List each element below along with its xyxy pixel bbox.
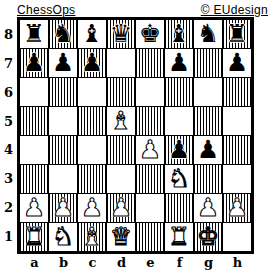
rank-label-4: 4 xyxy=(0,136,17,165)
square-b8[interactable]: ♞ xyxy=(49,20,77,48)
square-a2[interactable]: ♟ xyxy=(20,194,48,222)
square-b5[interactable] xyxy=(49,107,77,135)
rank-label-5: 5 xyxy=(0,107,17,136)
square-f3[interactable]: ♞ xyxy=(165,165,193,193)
black-pawn[interactable]: ♟ xyxy=(226,49,248,77)
file-label-f: f xyxy=(165,254,194,270)
square-h7[interactable]: ♟ xyxy=(223,49,251,77)
square-e1[interactable] xyxy=(136,223,164,251)
file-label-c: c xyxy=(78,254,107,270)
white-king[interactable]: ♚ xyxy=(197,223,219,251)
white-rook[interactable]: ♜ xyxy=(168,223,190,251)
square-h5[interactable] xyxy=(223,107,251,135)
square-a4[interactable] xyxy=(20,136,48,164)
file-label-h: h xyxy=(223,254,252,270)
rank-label-8: 8 xyxy=(0,20,17,49)
square-g6[interactable] xyxy=(194,78,222,106)
square-c3[interactable] xyxy=(78,165,106,193)
black-knight[interactable]: ♞ xyxy=(197,20,219,48)
white-knight[interactable]: ♞ xyxy=(52,223,74,251)
black-rook[interactable]: ♜ xyxy=(23,20,45,48)
white-pawn[interactable]: ♟ xyxy=(81,194,103,222)
file-label-e: e xyxy=(136,254,165,270)
black-bishop[interactable]: ♝ xyxy=(168,20,190,48)
credit-link[interactable]: © EUdesign xyxy=(201,3,268,17)
white-rook[interactable]: ♜ xyxy=(23,223,45,251)
black-pawn[interactable]: ♟ xyxy=(81,49,103,77)
black-queen[interactable]: ♛ xyxy=(110,20,132,48)
square-d2[interactable]: ♟ xyxy=(107,194,135,222)
square-f6[interactable] xyxy=(165,78,193,106)
file-label-b: b xyxy=(49,254,78,270)
square-c1[interactable]: ♝ xyxy=(78,223,106,251)
white-pawn[interactable]: ♟ xyxy=(197,194,219,222)
rank-label-7: 7 xyxy=(0,49,17,78)
square-d8[interactable]: ♛ xyxy=(107,20,135,48)
square-d4[interactable] xyxy=(107,136,135,164)
file-label-a: a xyxy=(20,254,49,270)
white-pawn[interactable]: ♟ xyxy=(139,136,161,164)
square-h1[interactable] xyxy=(223,223,251,251)
square-a1[interactable]: ♜ xyxy=(20,223,48,251)
square-e3[interactable] xyxy=(136,165,164,193)
square-g5[interactable] xyxy=(194,107,222,135)
square-a6[interactable] xyxy=(20,78,48,106)
square-f5[interactable] xyxy=(165,107,193,135)
square-e7[interactable] xyxy=(136,49,164,77)
black-pawn[interactable]: ♟ xyxy=(168,136,190,164)
white-bishop[interactable]: ♝ xyxy=(81,223,103,251)
black-pawn[interactable]: ♟ xyxy=(52,49,74,77)
white-pawn[interactable]: ♟ xyxy=(52,194,74,222)
black-pawn[interactable]: ♟ xyxy=(168,49,190,77)
square-b2[interactable]: ♟ xyxy=(49,194,77,222)
white-pawn[interactable]: ♟ xyxy=(23,194,45,222)
rank-labels: 87654321 xyxy=(0,17,17,254)
square-g1[interactable]: ♚ xyxy=(194,223,222,251)
square-h2[interactable]: ♟ xyxy=(223,194,251,222)
black-bishop[interactable]: ♝ xyxy=(81,20,103,48)
square-a5[interactable] xyxy=(20,107,48,135)
square-f2[interactable] xyxy=(165,194,193,222)
black-knight[interactable]: ♞ xyxy=(52,20,74,48)
square-b3[interactable] xyxy=(49,165,77,193)
square-c8[interactable]: ♝ xyxy=(78,20,106,48)
rank-label-2: 2 xyxy=(0,193,17,222)
square-h4[interactable] xyxy=(223,136,251,164)
square-f8[interactable]: ♝ xyxy=(165,20,193,48)
square-e6[interactable] xyxy=(136,78,164,106)
black-pawn[interactable]: ♟ xyxy=(197,136,219,164)
square-c4[interactable] xyxy=(78,136,106,164)
rank-label-6: 6 xyxy=(0,78,17,107)
square-c2[interactable]: ♟ xyxy=(78,194,106,222)
rank-label-1: 1 xyxy=(0,222,17,251)
black-pawn[interactable]: ♟ xyxy=(23,49,45,77)
file-labels: abcdefgh xyxy=(20,254,270,270)
square-h3[interactable] xyxy=(223,165,251,193)
black-rook[interactable]: ♜ xyxy=(226,20,248,48)
square-d5[interactable]: ♝ xyxy=(107,107,135,135)
square-a3[interactable] xyxy=(20,165,48,193)
square-f7[interactable]: ♟ xyxy=(165,49,193,77)
white-knight[interactable]: ♞ xyxy=(168,165,190,193)
square-e5[interactable] xyxy=(136,107,164,135)
square-a7[interactable]: ♟ xyxy=(20,49,48,77)
square-g7[interactable] xyxy=(194,49,222,77)
square-g3[interactable] xyxy=(194,165,222,193)
square-b6[interactable] xyxy=(49,78,77,106)
square-a8[interactable]: ♜ xyxy=(20,20,48,48)
square-h8[interactable]: ♜ xyxy=(223,20,251,48)
square-f1[interactable]: ♜ xyxy=(165,223,193,251)
black-king[interactable]: ♚ xyxy=(139,20,161,48)
white-pawn[interactable]: ♟ xyxy=(226,194,248,222)
square-c6[interactable] xyxy=(78,78,106,106)
chess-diagram-page: ChessOps © EUdesign 87654321 ♜♞♝♛♚♝♞♜♟♟♟… xyxy=(0,0,270,270)
square-c7[interactable]: ♟ xyxy=(78,49,106,77)
white-queen[interactable]: ♛ xyxy=(110,223,132,251)
square-d6[interactable] xyxy=(107,78,135,106)
square-e8[interactable]: ♚ xyxy=(136,20,164,48)
square-d7[interactable] xyxy=(107,49,135,77)
square-d1[interactable]: ♛ xyxy=(107,223,135,251)
white-pawn[interactable]: ♟ xyxy=(110,194,132,222)
square-c5[interactable] xyxy=(78,107,106,135)
board-area: 87654321 ♜♞♝♛♚♝♞♜♟♟♟♟♟♝♟♟♟♞♟♟♟♟♟♟♜♞♝♛♜♚ xyxy=(0,17,270,254)
square-g8[interactable]: ♞ xyxy=(194,20,222,48)
rank-label-3: 3 xyxy=(0,164,17,193)
square-e4[interactable]: ♟ xyxy=(136,136,164,164)
square-b7[interactable]: ♟ xyxy=(49,49,77,77)
square-b1[interactable]: ♞ xyxy=(49,223,77,251)
square-d3[interactable] xyxy=(107,165,135,193)
app-title-link[interactable]: ChessOps xyxy=(17,3,75,17)
square-f4[interactable]: ♟ xyxy=(165,136,193,164)
square-g4[interactable]: ♟ xyxy=(194,136,222,164)
file-label-d: d xyxy=(107,254,136,270)
square-h6[interactable] xyxy=(223,78,251,106)
square-b4[interactable] xyxy=(49,136,77,164)
board: ♜♞♝♛♚♝♞♜♟♟♟♟♟♝♟♟♟♞♟♟♟♟♟♟♜♞♝♛♜♚ xyxy=(17,17,254,254)
square-e2[interactable] xyxy=(136,194,164,222)
white-bishop[interactable]: ♝ xyxy=(110,107,132,135)
file-label-g: g xyxy=(194,254,223,270)
header: ChessOps © EUdesign xyxy=(0,0,270,17)
square-g2[interactable]: ♟ xyxy=(194,194,222,222)
